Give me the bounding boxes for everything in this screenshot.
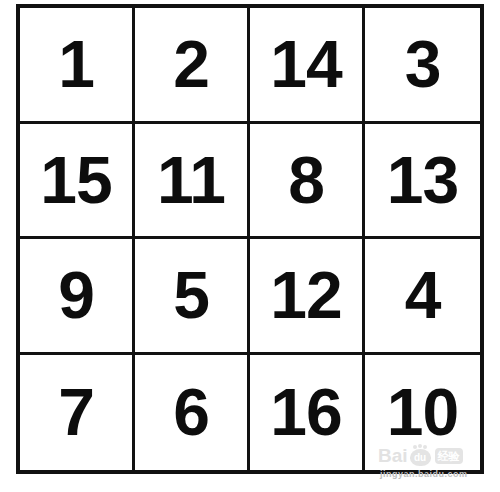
cell-r4c3: 16	[250, 355, 365, 471]
cell-r2c2: 11	[135, 124, 250, 240]
cell-r1c1: 1	[20, 8, 135, 124]
cell-number: 8	[288, 147, 324, 213]
cell-r3c3: 12	[250, 239, 365, 355]
cell-r3c2: 5	[135, 239, 250, 355]
cell-r2c4: 13	[365, 124, 480, 240]
cell-r4c4: 10	[365, 355, 480, 471]
puzzle-diagram: 1 2 14 3 15 11 8 13 9 5 12 4 7 6 16 10 B…	[0, 0, 500, 492]
cell-r2c3: 8	[250, 124, 365, 240]
cell-r3c4: 4	[365, 239, 480, 355]
cell-number: 14	[270, 31, 341, 97]
cell-number: 4	[405, 262, 441, 328]
cell-number: 3	[405, 31, 441, 97]
cell-r4c1: 7	[20, 355, 135, 471]
cell-r4c2: 6	[135, 355, 250, 471]
cell-r2c1: 15	[20, 124, 135, 240]
cell-r1c3: 14	[250, 8, 365, 124]
cell-r1c2: 2	[135, 8, 250, 124]
cell-number: 5	[173, 262, 209, 328]
cell-number: 10	[387, 379, 458, 445]
cell-number: 11	[157, 147, 225, 213]
cell-number: 6	[173, 379, 209, 445]
cell-number: 16	[270, 379, 341, 445]
cell-number: 15	[40, 147, 111, 213]
cell-r1c4: 3	[365, 8, 480, 124]
cell-number: 1	[58, 31, 94, 97]
cell-number: 9	[58, 262, 94, 328]
cell-number: 13	[387, 147, 458, 213]
cell-number: 7	[58, 379, 94, 445]
cell-number: 12	[270, 262, 341, 328]
cell-r3c1: 9	[20, 239, 135, 355]
puzzle-board: 1 2 14 3 15 11 8 13 9 5 12 4 7 6 16 10	[16, 4, 484, 474]
cell-number: 2	[173, 31, 209, 97]
